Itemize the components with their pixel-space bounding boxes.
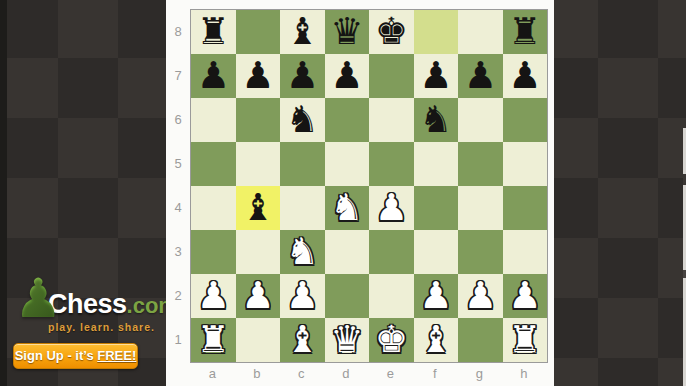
square-d4[interactable]: ♞	[325, 186, 370, 230]
piece-bp-b7: ♟	[241, 54, 274, 98]
square-e8[interactable]: ♚	[369, 10, 414, 54]
square-d6[interactable]	[325, 98, 370, 142]
piece-wp-e4: ♟	[375, 186, 408, 230]
file-label-g: g	[457, 361, 502, 386]
sign-up-label-free: FREE!	[97, 348, 136, 363]
file-label-d: d	[324, 361, 369, 386]
square-b5[interactable]	[236, 142, 281, 186]
square-b4[interactable]: ♝	[236, 186, 281, 230]
square-h7[interactable]: ♟	[503, 54, 548, 98]
pawn-logo-icon: ♟	[14, 272, 62, 326]
square-a1[interactable]: ♜	[191, 318, 236, 362]
video-thumbnail: ♟ Chess.com play. learn. share. Sign Up …	[0, 0, 686, 386]
square-f8[interactable]	[414, 10, 459, 54]
piece-bb-b4: ♝	[241, 186, 274, 230]
square-e3[interactable]	[369, 230, 414, 274]
square-g5[interactable]	[458, 142, 503, 186]
square-d1[interactable]: ♛	[325, 318, 370, 362]
square-h6[interactable]	[503, 98, 548, 142]
board-panel: 87654321 ♜♝♛♚♜♟♟♟♟♟♟♟♞♞♝♞♟♞♟♟♟♟♟♟♜♝♛♚♝♜ …	[166, 0, 554, 386]
chesscom-logo[interactable]: ♟ Chess.com play. learn. share.	[10, 278, 160, 336]
branding-sidebar: ♟ Chess.com play. learn. share. Sign Up …	[0, 0, 166, 386]
square-c2[interactable]: ♟	[280, 274, 325, 318]
piece-bp-c7: ♟	[286, 54, 319, 98]
square-a2[interactable]: ♟	[191, 274, 236, 318]
piece-bp-a7: ♟	[197, 54, 230, 98]
rank-label-4: 4	[166, 185, 190, 229]
square-b7[interactable]: ♟	[236, 54, 281, 98]
file-labels: abcdefgh	[190, 361, 546, 386]
piece-wp-f2: ♟	[419, 274, 452, 318]
square-g3[interactable]	[458, 230, 503, 274]
square-b2[interactable]: ♟	[236, 274, 281, 318]
piece-wp-c2: ♟	[286, 274, 319, 318]
piece-wb-f1: ♝	[419, 318, 452, 362]
rank-label-5: 5	[166, 141, 190, 185]
chess-board: ♜♝♛♚♜♟♟♟♟♟♟♟♞♞♝♞♟♞♟♟♟♟♟♟♜♝♛♚♝♜	[190, 9, 548, 363]
square-d3[interactable]	[325, 230, 370, 274]
square-e5[interactable]	[369, 142, 414, 186]
square-h4[interactable]	[503, 186, 548, 230]
square-c1[interactable]: ♝	[280, 318, 325, 362]
square-f1[interactable]: ♝	[414, 318, 459, 362]
square-g2[interactable]: ♟	[458, 274, 503, 318]
square-b6[interactable]	[236, 98, 281, 142]
piece-br-a8: ♜	[197, 10, 230, 54]
square-f3[interactable]	[414, 230, 459, 274]
square-a7[interactable]: ♟	[191, 54, 236, 98]
square-e1[interactable]: ♚	[369, 318, 414, 362]
piece-br-h8: ♜	[508, 10, 541, 54]
square-c8[interactable]: ♝	[280, 10, 325, 54]
square-b8[interactable]	[236, 10, 281, 54]
square-h1[interactable]: ♜	[503, 318, 548, 362]
piece-wp-g2: ♟	[464, 274, 497, 318]
piece-bp-f7: ♟	[419, 54, 452, 98]
square-b1[interactable]	[236, 318, 281, 362]
piece-wn-c3: ♞	[286, 230, 319, 274]
square-f6[interactable]: ♞	[414, 98, 459, 142]
square-e4[interactable]: ♟	[369, 186, 414, 230]
piece-wk-e1: ♚	[375, 318, 408, 362]
square-e6[interactable]	[369, 98, 414, 142]
square-d8[interactable]: ♛	[325, 10, 370, 54]
rank-label-6: 6	[166, 97, 190, 141]
file-label-a: a	[190, 361, 235, 386]
square-g4[interactable]	[458, 186, 503, 230]
piece-bn-f6: ♞	[419, 98, 452, 142]
square-b3[interactable]	[236, 230, 281, 274]
piece-wq-d1: ♛	[330, 318, 363, 362]
square-f5[interactable]	[414, 142, 459, 186]
file-label-b: b	[235, 361, 280, 386]
square-a3[interactable]	[191, 230, 236, 274]
square-g7[interactable]: ♟	[458, 54, 503, 98]
square-h3[interactable]	[503, 230, 548, 274]
piece-bp-h7: ♟	[508, 54, 541, 98]
square-d7[interactable]: ♟	[325, 54, 370, 98]
piece-bq-d8: ♛	[330, 10, 363, 54]
square-e7[interactable]	[369, 54, 414, 98]
file-label-f: f	[413, 361, 458, 386]
square-e2[interactable]	[369, 274, 414, 318]
square-g1[interactable]	[458, 318, 503, 362]
square-d5[interactable]	[325, 142, 370, 186]
square-f4[interactable]	[414, 186, 459, 230]
piece-wp-a2: ♟	[197, 274, 230, 318]
file-label-c: c	[279, 361, 324, 386]
square-c7[interactable]: ♟	[280, 54, 325, 98]
square-f2[interactable]: ♟	[414, 274, 459, 318]
square-g8[interactable]	[458, 10, 503, 54]
piece-wr-h1: ♜	[508, 318, 541, 362]
square-c3[interactable]: ♞	[280, 230, 325, 274]
piece-bp-d7: ♟	[330, 54, 363, 98]
square-d2[interactable]	[325, 274, 370, 318]
piece-wp-b2: ♟	[241, 274, 274, 318]
piece-bb-c8: ♝	[286, 10, 319, 54]
square-c6[interactable]: ♞	[280, 98, 325, 142]
square-a5[interactable]	[191, 142, 236, 186]
square-a8[interactable]: ♜	[191, 10, 236, 54]
square-c4[interactable]	[280, 186, 325, 230]
rank-label-3: 3	[166, 229, 190, 273]
rank-labels: 87654321	[166, 9, 190, 361]
square-a6[interactable]	[191, 98, 236, 142]
rank-label-7: 7	[166, 53, 190, 97]
sign-up-label: Sign Up - it’s	[15, 348, 98, 363]
piece-wp-h2: ♟	[508, 274, 541, 318]
logo-text-block: Chess.com play. learn. share.	[48, 278, 160, 333]
square-c5[interactable]	[280, 142, 325, 186]
rank-label-8: 8	[166, 9, 190, 53]
rank-label-1: 1	[166, 317, 190, 361]
logo-tagline: play. learn. share.	[48, 321, 160, 333]
sign-up-button[interactable]: Sign Up - it’s FREE!	[13, 343, 138, 369]
piece-bk-e8: ♚	[375, 10, 408, 54]
piece-bn-c6: ♞	[286, 98, 319, 142]
piece-wr-a1: ♜	[197, 318, 230, 362]
square-h5[interactable]	[503, 142, 548, 186]
piece-wn-d4: ♞	[330, 186, 363, 230]
piece-bp-g7: ♟	[464, 54, 497, 98]
piece-wb-c1: ♝	[286, 318, 319, 362]
square-a4[interactable]	[191, 186, 236, 230]
file-label-h: h	[502, 361, 547, 386]
square-f7[interactable]: ♟	[414, 54, 459, 98]
rank-label-2: 2	[166, 273, 190, 317]
square-h2[interactable]: ♟	[503, 274, 548, 318]
square-g6[interactable]	[458, 98, 503, 142]
square-h8[interactable]: ♜	[503, 10, 548, 54]
file-label-e: e	[368, 361, 413, 386]
